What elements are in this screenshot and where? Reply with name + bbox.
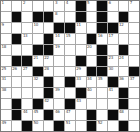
- black-cell-r2c5: [44, 12, 54, 22]
- black-cell-r12c3: [22, 121, 32, 131]
- cell-r5c7[interactable]: [65, 45, 75, 55]
- cell-r8c13[interactable]: 37: [129, 77, 139, 87]
- cell-r8c10[interactable]: 35: [97, 77, 107, 87]
- cell-r10c9[interactable]: [87, 99, 97, 109]
- cell-r8c2[interactable]: [12, 77, 22, 87]
- clue-number: 43: [76, 99, 81, 103]
- black-cell-r7c9: [87, 67, 97, 77]
- black-cell-r2c12: [119, 12, 129, 22]
- cell-r7c3[interactable]: 27: [22, 67, 32, 77]
- clue-number: 27: [23, 67, 28, 71]
- cell-r3c5[interactable]: [44, 23, 54, 33]
- black-cell-r8c5: [44, 77, 54, 87]
- clue-number: 31: [2, 77, 7, 81]
- clue-number: 45: [34, 110, 39, 114]
- cell-r4c1[interactable]: [1, 34, 11, 44]
- black-cell-r7c13: [129, 67, 139, 77]
- cell-r12c11[interactable]: [108, 121, 118, 131]
- cell-r7c11[interactable]: 30: [108, 67, 118, 77]
- clue-number: 39: [55, 88, 60, 92]
- cell-r3c2[interactable]: [12, 23, 22, 33]
- cell-r8c6[interactable]: [54, 77, 64, 87]
- black-cell-r6c3: [22, 56, 32, 66]
- cell-r2c11[interactable]: [108, 12, 118, 22]
- clue-number: 26: [12, 67, 17, 71]
- cell-r11c3[interactable]: 44: [22, 110, 32, 120]
- clue-number: 48: [119, 110, 124, 114]
- cell-r2c13[interactable]: [129, 12, 139, 22]
- clue-number: 25: [2, 67, 7, 71]
- black-cell-r10c2: [12, 99, 22, 109]
- cell-r7c6[interactable]: [54, 67, 64, 77]
- cell-r10c8[interactable]: 43: [76, 99, 86, 109]
- clue-number: 21: [34, 56, 39, 60]
- cell-r1c3[interactable]: 2: [22, 1, 32, 11]
- cell-r4c4[interactable]: [33, 34, 43, 44]
- clue-number: 47: [66, 110, 71, 114]
- cell-r4c13[interactable]: [129, 34, 139, 44]
- clue-number: 18: [2, 45, 7, 49]
- cell-r8c12[interactable]: 36: [119, 77, 129, 87]
- clue-number: 7: [130, 1, 132, 5]
- crossword-grid: 1234567891011121314151617181920212223242…: [0, 0, 140, 132]
- cell-r10c3[interactable]: [22, 99, 32, 109]
- clue-number: 3: [55, 1, 57, 5]
- clue-number: 44: [23, 110, 28, 114]
- black-cell-r12c6: [54, 121, 64, 131]
- cell-r11c7[interactable]: 47: [65, 110, 75, 120]
- black-cell-r12c12: [119, 121, 129, 131]
- cell-r9c11[interactable]: 41: [108, 88, 118, 98]
- cell-r5c6[interactable]: 19: [54, 45, 64, 55]
- clue-number: 16: [98, 34, 103, 38]
- cell-r1c11[interactable]: 6: [108, 1, 118, 11]
- cell-r2c3[interactable]: [22, 12, 32, 22]
- black-cell-r12c9: [87, 121, 97, 131]
- cell-r11c12[interactable]: 48: [119, 110, 129, 120]
- black-cell-r9c8: [76, 88, 86, 98]
- clue-number: 5: [87, 1, 89, 5]
- black-cell-r6c8: [76, 56, 86, 66]
- clue-number: 49: [2, 121, 7, 125]
- cell-r1c5[interactable]: [44, 1, 54, 11]
- cell-r11c6[interactable]: 46: [54, 110, 64, 120]
- cell-r12c5[interactable]: [44, 121, 54, 131]
- cell-r6c11[interactable]: 23: [108, 56, 118, 66]
- clue-number: 15: [66, 34, 71, 38]
- clue-number: 17: [108, 34, 113, 38]
- cell-r12c8[interactable]: [76, 121, 86, 131]
- clue-number: 14: [55, 34, 60, 38]
- clue-number: 6: [108, 1, 110, 5]
- clue-number: 9: [2, 23, 4, 27]
- cell-r8c9[interactable]: 34: [87, 77, 97, 87]
- clue-number: 52: [98, 121, 103, 125]
- clue-number: 29: [76, 67, 81, 71]
- black-cell-r5c10: [97, 45, 107, 55]
- cell-r12c1[interactable]: 49: [1, 121, 11, 131]
- cell-r1c7[interactable]: 4: [65, 1, 75, 11]
- cell-r1c4[interactable]: [33, 1, 43, 11]
- cell-r12c7[interactable]: 51: [65, 121, 75, 131]
- cell-r10c13[interactable]: [129, 99, 139, 109]
- cell-r5c13[interactable]: [129, 45, 139, 55]
- cell-r2c1[interactable]: [1, 12, 11, 22]
- clue-number: 10: [34, 23, 39, 27]
- cell-r8c1[interactable]: 31: [1, 77, 11, 87]
- cell-r9c7[interactable]: [65, 88, 75, 98]
- cell-r9c13[interactable]: [129, 88, 139, 98]
- clue-number: 22: [44, 56, 49, 60]
- cell-r7c1[interactable]: 25: [1, 67, 11, 77]
- clue-number: 20: [87, 45, 92, 49]
- cell-r9c9[interactable]: 40: [87, 88, 97, 98]
- clue-number: 8: [55, 12, 57, 16]
- black-cell-r6c10: [97, 56, 107, 66]
- clue-number: 36: [119, 77, 124, 81]
- black-cell-r9c12: [119, 88, 129, 98]
- cell-r7c2[interactable]: 26: [12, 67, 22, 77]
- cell-r1c12[interactable]: [119, 1, 129, 11]
- clue-number: 42: [44, 99, 49, 103]
- cell-r12c10[interactable]: 52: [97, 121, 107, 131]
- clue-number: 4: [66, 1, 68, 5]
- cell-r3c1[interactable]: 9: [1, 23, 11, 33]
- cell-r9c4[interactable]: [33, 88, 43, 98]
- cell-r3c12[interactable]: 12: [119, 23, 129, 33]
- cell-r5c1[interactable]: 18: [1, 45, 11, 55]
- cell-r7c8[interactable]: 29: [76, 67, 86, 77]
- clue-number: 40: [87, 88, 92, 92]
- clue-number: 28: [44, 67, 49, 71]
- cell-r4c6[interactable]: 14: [54, 34, 64, 44]
- cell-r1c2[interactable]: [12, 1, 22, 11]
- black-cell-r9c5: [44, 88, 54, 98]
- cell-r10c10[interactable]: [97, 99, 107, 109]
- cell-r1c13[interactable]: 7: [129, 1, 139, 11]
- black-cell-r2c10: [97, 12, 107, 22]
- cell-r11c1[interactable]: [1, 110, 11, 120]
- black-cell-r11c9: [87, 110, 97, 120]
- cell-r5c8[interactable]: [76, 45, 86, 55]
- black-cell-r2c2: [12, 12, 22, 22]
- cell-r2c6[interactable]: 8: [54, 12, 64, 22]
- clue-number: 38: [2, 88, 7, 92]
- clue-number: 51: [66, 121, 71, 125]
- black-cell-r3c7: [65, 23, 75, 33]
- black-cell-r1c8: [76, 1, 86, 11]
- cell-r7c5[interactable]: 28: [44, 67, 54, 77]
- clue-number: 50: [34, 121, 39, 125]
- clue-number: 23: [108, 56, 113, 60]
- cell-r3c8[interactable]: 11: [76, 23, 86, 33]
- black-cell-r3c11: [108, 23, 118, 33]
- clue-number: 41: [108, 88, 113, 92]
- cell-r6c9[interactable]: [87, 56, 97, 66]
- cell-r11c8[interactable]: [76, 110, 86, 120]
- clue-number: 34: [87, 77, 92, 81]
- cell-r2c9[interactable]: [87, 12, 97, 22]
- clue-number: 19: [55, 45, 60, 49]
- black-cell-r5c4: [33, 45, 43, 55]
- black-cell-r11c2: [12, 110, 22, 120]
- cell-r7c12[interactable]: [119, 67, 129, 77]
- cell-r7c7[interactable]: [65, 67, 75, 77]
- cell-r8c3[interactable]: [22, 77, 32, 87]
- black-cell-r3c10: [97, 23, 107, 33]
- cell-r1c1[interactable]: 1: [1, 1, 11, 11]
- cell-r12c2[interactable]: [12, 121, 22, 131]
- cell-r4c8[interactable]: [76, 34, 86, 44]
- black-cell-r8c7: [65, 77, 75, 87]
- cell-r10c5[interactable]: 42: [44, 99, 54, 109]
- clue-number: 13: [23, 34, 28, 38]
- cell-r11c10[interactable]: [97, 110, 107, 120]
- cell-r9c10[interactable]: [97, 88, 107, 98]
- cell-r9c6[interactable]: 39: [54, 88, 64, 98]
- cell-r6c13[interactable]: [129, 56, 139, 66]
- black-cell-r11c5: [44, 110, 54, 120]
- cell-r4c11[interactable]: 17: [108, 34, 118, 44]
- cell-r3c4[interactable]: 10: [33, 23, 43, 33]
- clue-number: 35: [98, 77, 103, 81]
- cell-r6c1[interactable]: [1, 56, 11, 66]
- black-cell-r1c10: [97, 1, 107, 11]
- cell-r4c10[interactable]: 16: [97, 34, 107, 44]
- black-cell-r5c5: [44, 45, 54, 55]
- cell-r9c3[interactable]: [22, 88, 32, 98]
- cell-r11c13[interactable]: [129, 110, 139, 120]
- cell-r5c11[interactable]: [108, 45, 118, 55]
- black-cell-r4c2: [12, 34, 22, 44]
- cell-r3c3[interactable]: [22, 23, 32, 33]
- black-cell-r7c4: [33, 67, 43, 77]
- clue-number: 30: [108, 67, 113, 71]
- cell-r4c3[interactable]: 13: [22, 34, 32, 44]
- black-cell-r2c4: [33, 12, 43, 22]
- cell-r10c11[interactable]: [108, 99, 118, 109]
- black-cell-r4c5: [44, 34, 54, 44]
- cell-r10c6[interactable]: [54, 99, 64, 109]
- cell-r11c4[interactable]: 45: [33, 110, 43, 120]
- cell-r6c5[interactable]: 22: [44, 56, 54, 66]
- black-cell-r10c4: [33, 99, 43, 109]
- cell-r6c7[interactable]: [65, 56, 75, 66]
- cell-r8c8[interactable]: 33: [76, 77, 86, 87]
- black-cell-r10c7: [65, 99, 75, 109]
- cell-r6c4[interactable]: 21: [33, 56, 43, 66]
- clue-number: 37: [130, 77, 135, 81]
- black-cell-r3c6: [54, 23, 64, 33]
- cell-r12c4[interactable]: 50: [33, 121, 43, 131]
- cell-r9c1[interactable]: 38: [1, 88, 11, 98]
- black-cell-r11c11: [108, 110, 118, 120]
- black-cell-r8c11: [108, 77, 118, 87]
- cell-r3c13[interactable]: [129, 23, 139, 33]
- cell-r12c13[interactable]: [129, 121, 139, 131]
- cell-r6c6[interactable]: [54, 56, 64, 66]
- cell-r5c2[interactable]: [12, 45, 22, 55]
- cell-r1c6[interactable]: 3: [54, 1, 64, 11]
- clue-number: 12: [119, 23, 124, 27]
- cell-r9c2[interactable]: [12, 88, 22, 98]
- cell-r8c4[interactable]: 32: [33, 77, 43, 87]
- clue-number: 33: [76, 77, 81, 81]
- cell-r2c7[interactable]: [65, 12, 75, 22]
- black-cell-r2c8: [76, 12, 86, 22]
- clue-number: 1: [2, 1, 4, 5]
- clue-number: 24: [119, 56, 124, 60]
- cell-r5c3[interactable]: [22, 45, 32, 55]
- cell-r5c9[interactable]: 20: [87, 45, 97, 55]
- cell-r4c7[interactable]: 15: [65, 34, 75, 44]
- cell-r3c9[interactable]: [87, 23, 97, 33]
- clue-number: 2: [23, 1, 25, 5]
- clue-number: 11: [76, 23, 81, 27]
- black-cell-r10c12: [119, 99, 129, 109]
- cell-r1c9[interactable]: 5: [87, 1, 97, 11]
- black-cell-r7c10: [97, 67, 107, 77]
- cell-r4c12[interactable]: [119, 34, 129, 44]
- black-cell-r4c9: [87, 34, 97, 44]
- clue-number: 46: [55, 110, 60, 114]
- black-cell-r6c2: [12, 56, 22, 66]
- clue-number: 32: [34, 77, 39, 81]
- cell-r10c1[interactable]: [1, 99, 11, 109]
- black-cell-r5c12: [119, 45, 129, 55]
- cell-r6c12[interactable]: 24: [119, 56, 129, 66]
